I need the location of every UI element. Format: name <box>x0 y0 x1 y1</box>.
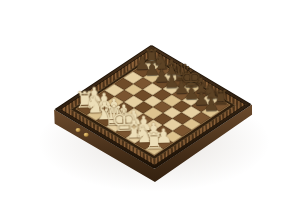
black-pawn-h7: ♟ <box>203 96 219 114</box>
white-rook-h1: ♜ <box>144 130 165 153</box>
chess-set-product-photo: ♜♞♟♝♟♛♟♚♟♝♟♞♟♟♜♟♟♜♟♟♞♟♝♟♛♟♚♟♝♟♞♜ <box>0 0 300 200</box>
photo-rotation-wrapper: ♜♞♟♝♟♛♟♚♟♝♟♞♟♟♜♟♟♜♟♟♞♟♝♟♛♟♚♟♝♟♞♜ <box>0 0 300 200</box>
pieces-layer: ♜♞♟♝♟♛♟♚♟♝♟♞♟♟♜♟♟♜♟♟♞♟♝♟♛♟♚♟♝♟♞♜ <box>0 0 300 200</box>
